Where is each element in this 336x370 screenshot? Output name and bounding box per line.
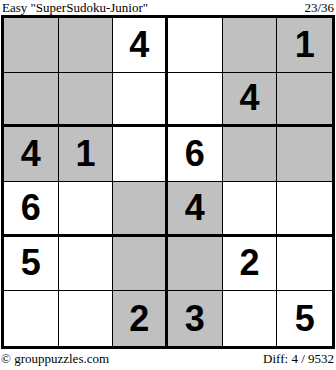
puzzle-footer: © grouppuzzles.com Diff: 4 / 9532 [0, 349, 336, 370]
cell-r6c5[interactable] [223, 291, 278, 346]
cell-r4c1[interactable]: 6 [4, 182, 59, 237]
puzzle-counter: 23/36 [304, 0, 336, 15]
cell-r4c2[interactable] [59, 182, 114, 237]
cell-r5c3[interactable] [113, 237, 168, 292]
cell-r3c3[interactable] [113, 127, 168, 182]
cell-r4c3[interactable] [113, 182, 168, 237]
cell-r1c4[interactable] [168, 18, 223, 73]
cell-r2c5[interactable]: 4 [223, 73, 278, 128]
cell-r6c2[interactable] [59, 291, 114, 346]
cell-r5c2[interactable] [59, 237, 114, 292]
cell-r6c6[interactable]: 5 [277, 291, 332, 346]
cell-r2c4[interactable] [168, 73, 223, 128]
cell-r6c4[interactable]: 3 [168, 291, 223, 346]
cell-r2c2[interactable] [59, 73, 114, 128]
cell-r2c3[interactable] [113, 73, 168, 128]
cell-r1c5[interactable] [223, 18, 278, 73]
cell-r2c6[interactable] [277, 73, 332, 128]
cell-r1c3[interactable]: 4 [113, 18, 168, 73]
puzzle-title: Easy "SuperSudoku-Junior" [0, 0, 148, 15]
cell-r4c5[interactable] [223, 182, 278, 237]
cell-r3c4[interactable]: 6 [168, 127, 223, 182]
cell-r3c1[interactable]: 4 [4, 127, 59, 182]
cell-r4c4[interactable]: 4 [168, 182, 223, 237]
cell-r5c1[interactable]: 5 [4, 237, 59, 292]
cell-r3c5[interactable] [223, 127, 278, 182]
copyright-text: © grouppuzzles.com [1, 351, 109, 367]
difficulty-text: Diff: 4 / 9532 [263, 351, 334, 367]
cell-r2c1[interactable] [4, 73, 59, 128]
puzzle-page: Easy "SuperSudoku-Junior" 23/36 41441664… [0, 0, 336, 370]
cell-r1c1[interactable] [4, 18, 59, 73]
cell-r6c3[interactable]: 2 [113, 291, 168, 346]
cell-r5c5[interactable]: 2 [223, 237, 278, 292]
cell-r5c6[interactable] [277, 237, 332, 292]
cell-r1c6[interactable]: 1 [277, 18, 332, 73]
cell-r4c6[interactable] [277, 182, 332, 237]
cell-r3c2[interactable]: 1 [59, 127, 114, 182]
cell-r5c4[interactable] [168, 237, 223, 292]
cell-r1c2[interactable] [59, 18, 114, 73]
cell-r3c6[interactable] [277, 127, 332, 182]
puzzle-header: Easy "SuperSudoku-Junior" 23/36 [0, 0, 336, 15]
sudoku-board: 4144166452235 [1, 15, 335, 349]
cell-r6c1[interactable] [4, 291, 59, 346]
